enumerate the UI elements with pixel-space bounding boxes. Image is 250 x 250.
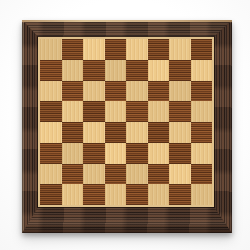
square-e8 [126,39,148,60]
square-h7 [191,60,213,81]
board-frame-bottom [22,207,232,233]
square-h2 [191,164,213,185]
square-a6 [40,81,62,102]
square-f7 [148,60,170,81]
square-a1 [40,184,62,205]
square-c6 [83,81,105,102]
square-g3 [169,143,191,164]
square-e7 [126,60,148,81]
square-f8 [148,39,170,60]
square-b8 [62,39,84,60]
square-h6 [191,81,213,102]
square-d1 [105,184,127,205]
square-d5 [105,101,127,122]
square-d3 [105,143,127,164]
square-g6 [169,81,191,102]
square-a8 [40,39,62,60]
board-top-edge-highlight [22,20,232,22]
square-g5 [169,101,191,122]
square-h8 [191,39,213,60]
board-inlay-border [38,37,214,207]
square-h1 [191,184,213,205]
square-c2 [83,164,105,185]
square-a7 [40,60,62,81]
square-b7 [62,60,84,81]
square-a2 [40,164,62,185]
square-h3 [191,143,213,164]
square-c7 [83,60,105,81]
board-frame-left [22,20,38,233]
square-d8 [105,39,127,60]
square-h5 [191,101,213,122]
square-g1 [169,184,191,205]
square-e2 [126,164,148,185]
square-e6 [126,81,148,102]
square-f6 [148,81,170,102]
square-f5 [148,101,170,122]
square-f3 [148,143,170,164]
square-e5 [126,101,148,122]
square-e1 [126,184,148,205]
chessboard [22,20,232,233]
square-d2 [105,164,127,185]
square-b3 [62,143,84,164]
square-h4 [191,122,213,143]
square-f1 [148,184,170,205]
square-e3 [126,143,148,164]
square-e4 [126,122,148,143]
square-b4 [62,122,84,143]
product-photo-background [0,0,250,250]
square-f2 [148,164,170,185]
board-frame-right [214,20,232,233]
square-c1 [83,184,105,205]
square-b5 [62,101,84,122]
board-grid [40,39,212,205]
square-b1 [62,184,84,205]
square-g7 [169,60,191,81]
square-b6 [62,81,84,102]
square-d4 [105,122,127,143]
square-f4 [148,122,170,143]
board-frame-top [22,20,232,37]
square-g4 [169,122,191,143]
square-c5 [83,101,105,122]
square-g8 [169,39,191,60]
square-a5 [40,101,62,122]
square-g2 [169,164,191,185]
square-a4 [40,122,62,143]
square-c3 [83,143,105,164]
square-d7 [105,60,127,81]
square-c8 [83,39,105,60]
square-a3 [40,143,62,164]
square-c4 [83,122,105,143]
square-d6 [105,81,127,102]
square-b2 [62,164,84,185]
